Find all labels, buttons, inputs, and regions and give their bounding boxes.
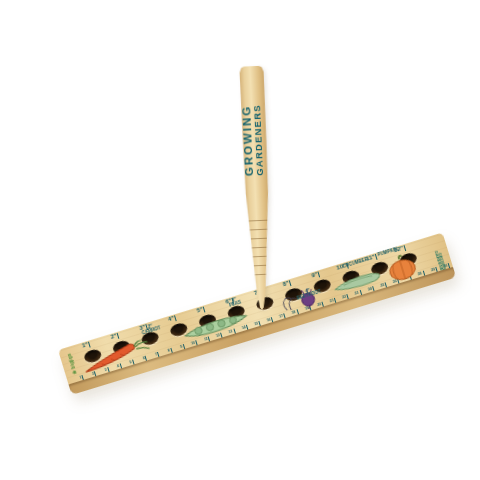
logo-text: bigjigs bbox=[67, 353, 77, 370]
dibber-brand-text: GROWING GARDENERS bbox=[239, 85, 270, 196]
dibber-depth-rings bbox=[243, 212, 276, 279]
flower-icon: ❀ bbox=[72, 369, 78, 375]
dibber: GROWING GARDENERS bbox=[236, 66, 277, 311]
product-photo-scene: 1″ 2″ 3″ 4″ 5″ 6″ 7″ bbox=[0, 0, 480, 480]
